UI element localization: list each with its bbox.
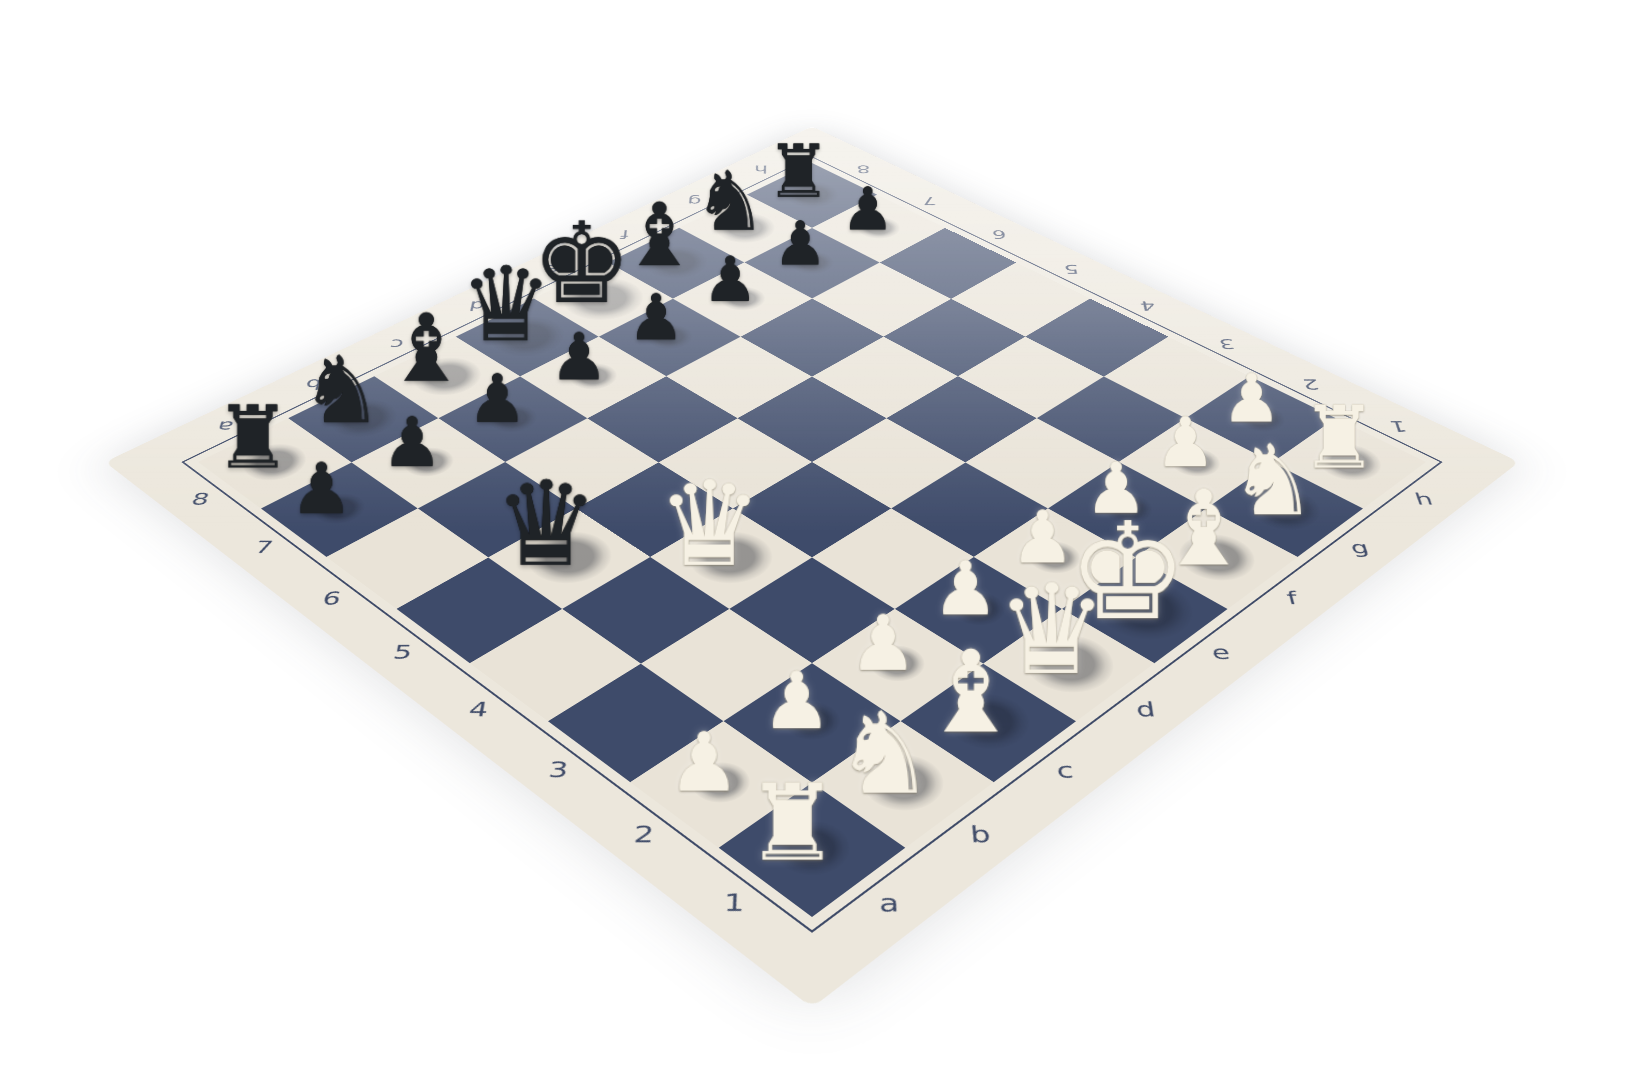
rank-label: 5 (392, 641, 415, 663)
vinyl-board-mat: 87654321 87654321 hgfedcba hgfedcba ♜♟♟♜… (105, 126, 1519, 1007)
file-label: h (1412, 490, 1435, 508)
file-label: e (1210, 641, 1232, 663)
chess-set-photo: 87654321 87654321 hgfedcba hgfedcba ♜♟♟♜… (312, 0, 1312, 962)
file-label: c (1055, 758, 1075, 782)
rank-label: 4 (467, 698, 490, 721)
rank-label: 3 (548, 758, 570, 782)
rank-label: 8 (189, 490, 212, 508)
rank-label: 8 (856, 163, 870, 175)
rank-label: 4 (1139, 299, 1157, 314)
file-label: d (1134, 698, 1157, 721)
rank-label: 6 (320, 588, 343, 608)
rank-label: 6 (991, 228, 1007, 241)
rank-label: 3 (1218, 336, 1237, 351)
rank-label: 7 (922, 195, 937, 208)
file-label: g (1348, 538, 1371, 557)
rank-label: 5 (1063, 262, 1080, 276)
rank-label: 1 (724, 889, 746, 917)
file-label: b (969, 821, 991, 847)
rank-label: 2 (633, 821, 655, 847)
file-label: f (1285, 588, 1300, 608)
rank-label: 1 (1388, 418, 1410, 435)
rank-label: 7 (253, 538, 276, 557)
board-grid: ♜♟♟♜♞♟♟♞♝♟♟♝♚♟♟♚♛♟♟♛♝♟♛♟♝♞♟♛♟♞♜♟♟♜ (198, 163, 1426, 917)
file-label: a (879, 889, 900, 917)
